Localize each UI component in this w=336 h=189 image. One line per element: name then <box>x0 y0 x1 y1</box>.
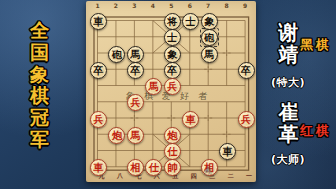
piece-red[interactable]: 馬 <box>127 127 144 144</box>
video-frame: 全国象棋冠军 象棋爱好者 123456789九八七六五四三二一車将士象士砲砲馬象… <box>0 0 336 189</box>
piece-black[interactable]: 卒 <box>238 62 255 79</box>
file-label-bottom: 八 <box>116 172 124 179</box>
piece-black[interactable]: 車 <box>90 13 107 30</box>
player-black-side-badge: 黑棋 <box>300 36 332 54</box>
xiangqi-board[interactable]: 象棋爱好者 123456789九八七六五四三二一車将士象士砲砲馬象馬卒卒卒卒車馬… <box>86 1 256 182</box>
file-label-bottom: 二 <box>227 172 235 179</box>
piece-red[interactable]: 仕 <box>164 143 181 160</box>
piece-black[interactable]: 砲 <box>201 29 218 46</box>
piece-red[interactable]: 兵 <box>164 78 181 95</box>
file-label-top: 1 <box>94 2 102 9</box>
piece-black[interactable]: 砲 <box>108 46 125 63</box>
banner-title: 全国象棋冠军 <box>29 20 50 151</box>
player-black-rank: (特大) <box>271 75 305 90</box>
file-label-bottom: 一 <box>245 172 253 179</box>
file-label-top: 8 <box>223 2 231 9</box>
file-label-bottom: 四 <box>190 172 198 179</box>
piece-black[interactable]: 卒 <box>127 62 144 79</box>
piece-black[interactable]: 士 <box>164 29 181 46</box>
piece-black[interactable]: 象 <box>164 46 181 63</box>
piece-black[interactable]: 象 <box>201 13 218 30</box>
file-label-top: 5 <box>167 2 175 9</box>
piece-black[interactable]: 馬 <box>127 46 144 63</box>
piece-red[interactable]: 兵 <box>238 111 255 128</box>
file-label-top: 4 <box>149 2 157 9</box>
piece-red[interactable]: 車 <box>182 111 199 128</box>
file-label-top: 7 <box>204 2 212 9</box>
player-red-side-badge: 红棋 <box>300 122 332 140</box>
file-label-top: 6 <box>186 2 194 9</box>
player-black-name: 谢靖 <box>277 21 300 65</box>
piece-black[interactable]: 卒 <box>90 62 107 79</box>
piece-black[interactable]: 卒 <box>164 62 181 79</box>
player-red-rank: (大师) <box>271 152 305 167</box>
piece-red[interactable]: 帥 <box>164 159 181 176</box>
file-label-top: 9 <box>241 2 249 9</box>
piece-black[interactable]: 将 <box>164 13 181 30</box>
file-label-top: 2 <box>112 2 120 9</box>
piece-black[interactable]: 馬 <box>201 46 218 63</box>
file-label-top: 3 <box>130 2 138 9</box>
player-red-name: 崔革 <box>277 101 300 145</box>
piece-black[interactable]: 車 <box>219 143 236 160</box>
piece-red[interactable]: 兵 <box>90 111 107 128</box>
piece-red[interactable]: 炮 <box>164 127 181 144</box>
